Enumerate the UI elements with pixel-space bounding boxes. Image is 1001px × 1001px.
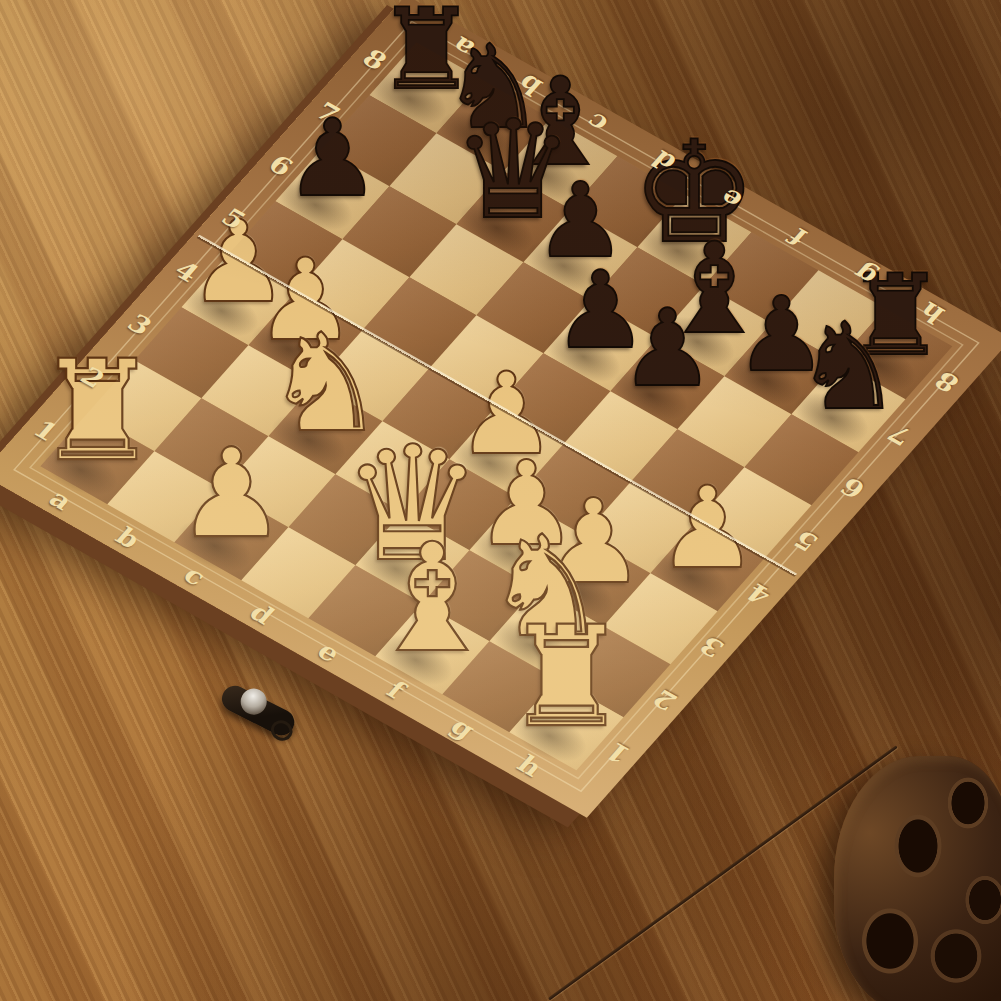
- piece-black-pawn-f6: ♟: [620, 294, 715, 400]
- piece-white-rook-a1: ♜: [35, 342, 159, 481]
- lotus-pod-prop: [834, 756, 1001, 1001]
- product-photo-chess-set: { "game": "chess", "board": { "files": […: [0, 0, 1001, 1001]
- piece-white-rook-h1: ♜: [504, 608, 628, 747]
- square-h1: ♜: [509, 679, 623, 770]
- piece-white-bishop-f1: ♝: [365, 523, 499, 673]
- piece-white-pawn-c1: ♟: [176, 431, 286, 554]
- piece-white-pawn-h4: ♟: [657, 471, 758, 584]
- piece-black-knight-h7: ♞: [795, 306, 902, 426]
- piece-black-pawn-a6: ♟: [285, 104, 380, 210]
